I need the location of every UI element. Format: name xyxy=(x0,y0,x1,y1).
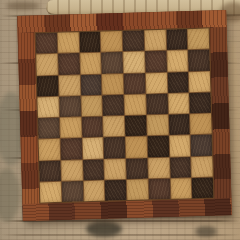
square-r6c6-dark xyxy=(147,136,168,157)
square-r7c6-light xyxy=(148,157,169,178)
square-r1c8-light xyxy=(188,29,209,50)
square-r3c5-dark xyxy=(124,73,145,94)
square-r3c7-dark xyxy=(167,72,188,93)
square-r1c2-light xyxy=(57,32,78,53)
square-r2c8-dark xyxy=(188,50,209,71)
square-r5c7-dark xyxy=(168,114,189,135)
wood-knot xyxy=(195,226,217,237)
photo-empty-checkerboard: Overhead photo of a handmade end-grain w… xyxy=(0,0,240,240)
square-r2c2-dark xyxy=(58,54,79,75)
square-r3c4-light xyxy=(102,74,123,95)
square-r8c2-dark xyxy=(62,181,83,202)
square-r3c8-light xyxy=(189,71,210,92)
square-r4c1-light xyxy=(37,97,58,118)
square-r3c1-dark xyxy=(37,75,58,96)
board-grid xyxy=(35,28,215,204)
square-r1c6-light xyxy=(144,30,165,51)
square-r4c7-light xyxy=(168,93,189,114)
square-r1c1-dark xyxy=(36,33,57,54)
wood-knot xyxy=(86,221,122,237)
square-r8c5-light xyxy=(127,179,148,200)
square-r2c3-light xyxy=(80,53,101,74)
square-r3c2-light xyxy=(59,75,80,96)
square-r4c5-light xyxy=(124,94,145,115)
square-r8c1-light xyxy=(40,182,61,203)
square-r6c7-light xyxy=(169,135,190,156)
square-r2c5-light xyxy=(123,52,144,73)
square-r6c2-dark xyxy=(60,138,81,159)
square-r7c2-light xyxy=(61,160,82,181)
square-r4c3-light xyxy=(81,95,102,116)
square-r7c1-dark xyxy=(39,160,60,181)
square-r6c5-light xyxy=(126,137,147,158)
square-r7c7-dark xyxy=(170,157,191,178)
square-r5c4-light xyxy=(103,116,124,137)
square-r6c8-dark xyxy=(191,135,212,156)
wood-bark-streak xyxy=(6,2,40,10)
square-r4c6-dark xyxy=(146,94,167,115)
square-r6c1-light xyxy=(39,139,60,160)
square-r5c1-dark xyxy=(38,118,59,139)
square-r8c8-dark xyxy=(192,177,213,198)
square-r1c5-dark xyxy=(123,30,144,51)
square-r3c3-dark xyxy=(80,74,101,95)
square-r5c5-dark xyxy=(125,115,146,136)
square-r2c6-dark xyxy=(145,51,166,72)
square-r7c3-dark xyxy=(83,159,104,180)
square-r7c8-light xyxy=(191,156,212,177)
square-r3c6-light xyxy=(146,72,167,93)
square-r8c4-dark xyxy=(105,180,126,201)
square-r8c6-dark xyxy=(149,179,170,200)
square-r8c7-light xyxy=(170,178,191,199)
square-r7c4-light xyxy=(104,158,125,179)
square-r6c3-light xyxy=(82,138,103,159)
square-r5c3-dark xyxy=(82,117,103,138)
square-r4c2-dark xyxy=(59,96,80,117)
square-r2c4-dark xyxy=(101,52,122,73)
square-r4c4-dark xyxy=(103,95,124,116)
square-r7c5-dark xyxy=(126,158,147,179)
square-r2c7-light xyxy=(167,50,188,71)
square-r4c8-dark xyxy=(190,92,211,113)
checkerboard xyxy=(17,10,232,221)
square-r1c4-light xyxy=(101,31,122,52)
square-r1c7-dark xyxy=(166,29,187,50)
weathered-gray-patch xyxy=(0,168,20,222)
square-r8c3-light xyxy=(83,180,104,201)
square-r5c2-light xyxy=(60,117,81,138)
square-r2c1-light xyxy=(36,54,57,75)
square-r6c4-dark xyxy=(104,137,125,158)
square-r5c8-light xyxy=(190,114,211,135)
square-r5c6-light xyxy=(147,115,168,136)
square-r1c3-dark xyxy=(79,32,100,53)
